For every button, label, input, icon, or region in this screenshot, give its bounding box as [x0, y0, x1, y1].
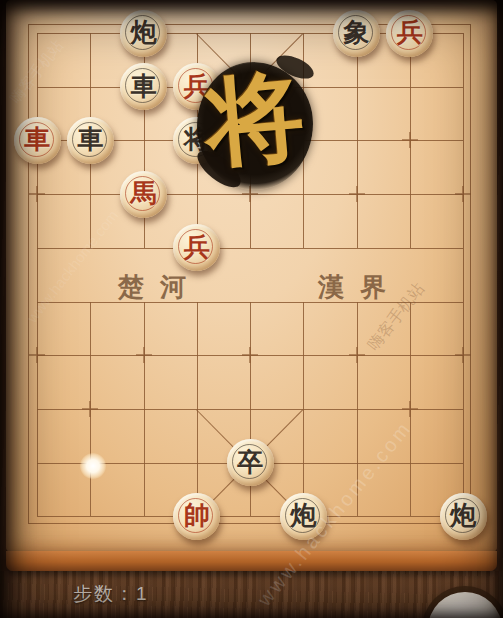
move-highlight-dot: [80, 453, 106, 479]
grid-line: [136, 347, 152, 363]
piece-red-soldier-a[interactable]: 兵: [386, 10, 433, 57]
piece-character: 兵: [397, 20, 423, 46]
grid-line: [144, 302, 145, 517]
river-label-right: 漢界: [318, 270, 402, 305]
piece-character: 車: [24, 127, 50, 153]
grid-line: [29, 347, 45, 363]
step-counter: 步数：1: [73, 581, 149, 607]
grid-line: [37, 516, 463, 517]
grid-line: [402, 132, 418, 148]
piece-character: 炮: [290, 503, 316, 529]
board-front-edge: [6, 551, 497, 571]
grid-line: [303, 302, 304, 517]
check-stamp: 将: [197, 62, 313, 190]
piece-character: 象: [344, 20, 370, 46]
piece-character: 馬: [131, 181, 157, 207]
piece-character: 帥: [184, 503, 210, 529]
grid-line: [37, 33, 38, 516]
river-label-left: 楚河: [118, 270, 202, 305]
bottom-bar: 步数：1: [0, 571, 503, 618]
piece-black-cannon-c[interactable]: 炮: [440, 493, 487, 540]
grid-line: [455, 186, 471, 202]
step-counter-value: 1: [136, 583, 149, 604]
grid-line: [357, 302, 358, 517]
grid-line: [349, 347, 365, 363]
grid-line: [37, 248, 463, 249]
grid-line: [455, 347, 471, 363]
game-screen: 楚河 漢界 炮象兵車兵車車将馬兵卒帥炮炮 将 步数：1 嗨客手机站 www.ha…: [0, 0, 503, 618]
piece-black-cannon-a[interactable]: 炮: [120, 10, 167, 57]
step-counter-label: 步数：: [73, 583, 136, 604]
piece-black-chariot-a[interactable]: 車: [120, 63, 167, 110]
grid-line: [242, 347, 258, 363]
grid-line: [349, 186, 365, 202]
check-stamp-character: 将: [200, 51, 309, 191]
grid-line: [29, 186, 45, 202]
piece-character: 兵: [184, 235, 210, 261]
piece-character: 卒: [237, 450, 263, 476]
piece-black-soldier[interactable]: 卒: [227, 439, 274, 486]
grid-line: [402, 401, 418, 417]
grid-line: [463, 33, 464, 516]
piece-red-horse[interactable]: 馬: [120, 171, 167, 218]
piece-red-general[interactable]: 帥: [173, 493, 220, 540]
piece-black-chariot-b[interactable]: 車: [67, 117, 114, 164]
xiangqi-board[interactable]: 楚河 漢界 炮象兵車兵車車将馬兵卒帥炮炮 将: [6, 0, 497, 552]
piece-red-chariot[interactable]: 車: [14, 117, 61, 164]
piece-black-cannon-b[interactable]: 炮: [280, 493, 327, 540]
piece-black-elephant[interactable]: 象: [333, 10, 380, 57]
piece-character: 車: [77, 127, 103, 153]
piece-character: 車: [131, 74, 157, 100]
piece-character: 炮: [450, 503, 476, 529]
grid-line: [82, 401, 98, 417]
piece-character: 炮: [131, 20, 157, 46]
grid-line: [357, 33, 358, 248]
